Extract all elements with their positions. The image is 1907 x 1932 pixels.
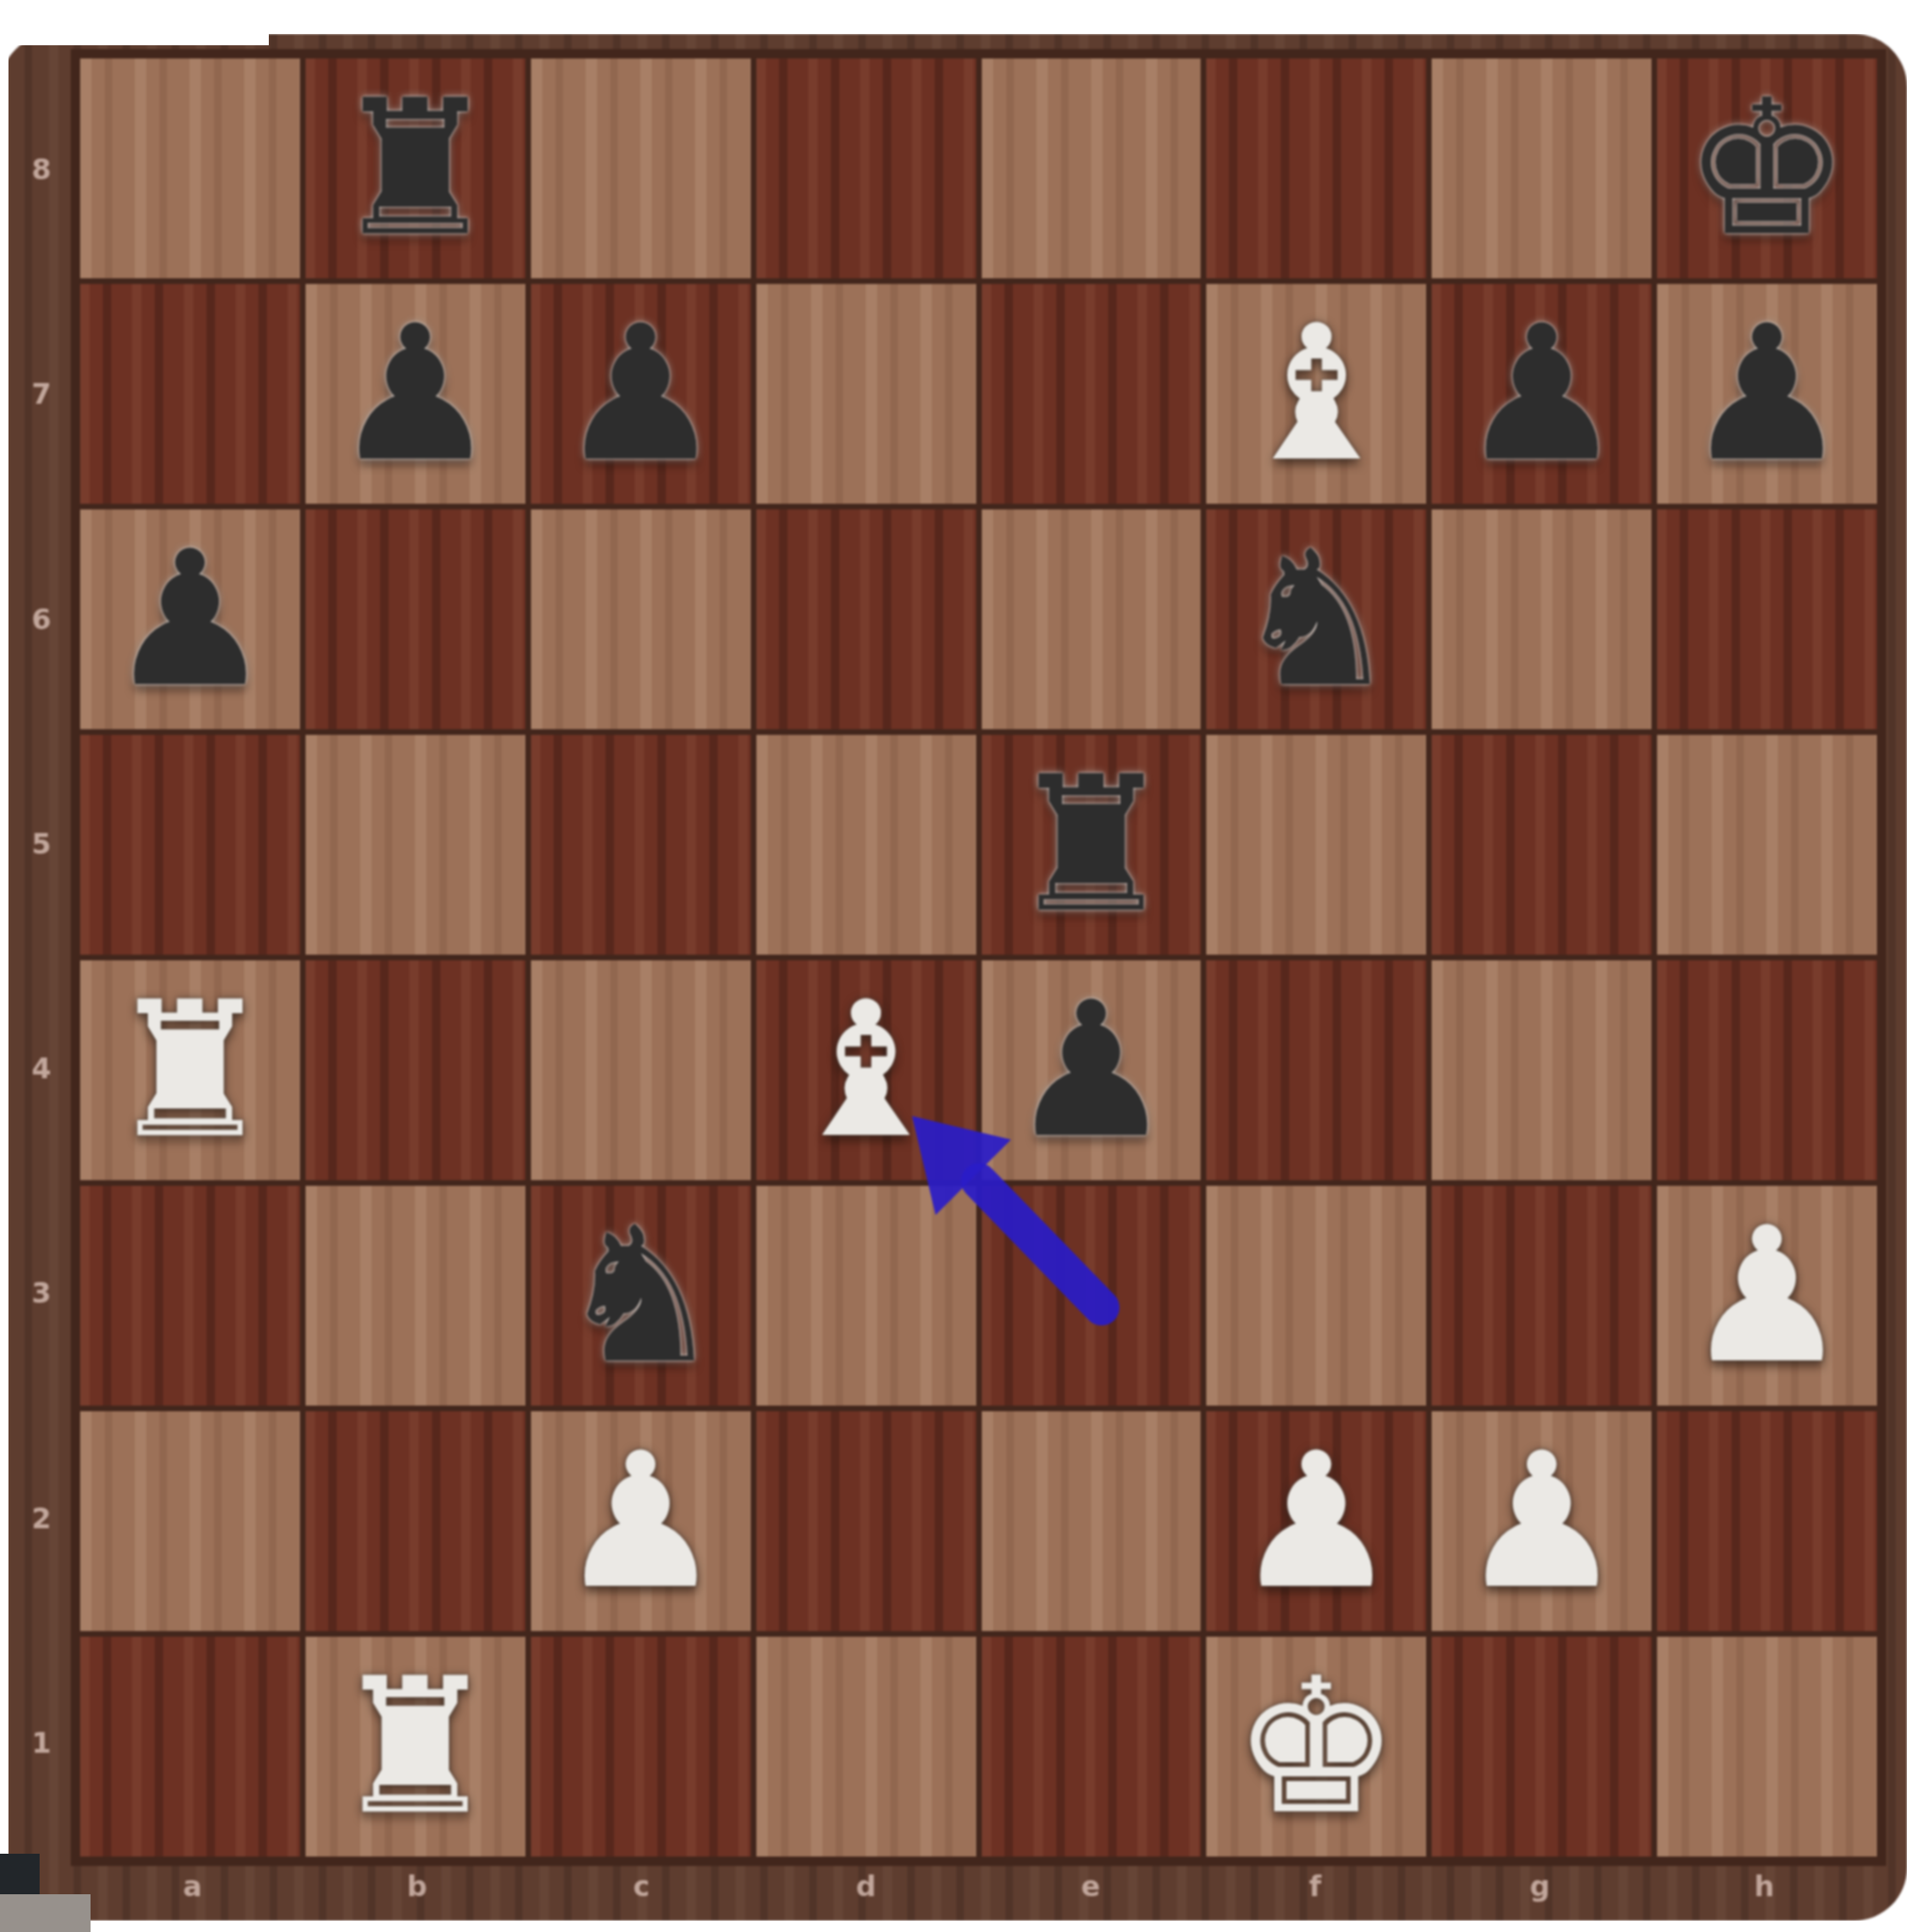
square-e3[interactable] (982, 1186, 1202, 1406)
square-b6[interactable] (306, 509, 525, 729)
square-e8[interactable] (982, 58, 1202, 278)
rank-label-7: 7 (25, 377, 58, 410)
square-e4[interactable]: ♟ (982, 960, 1202, 1180)
file-label-f: f (1299, 1870, 1333, 1903)
page-margin-top (0, 0, 1907, 34)
square-h5[interactable] (1657, 735, 1877, 955)
square-a6[interactable]: ♟ (80, 509, 300, 729)
piece-black-rook-e5[interactable]: ♜ (982, 735, 1202, 955)
square-f8[interactable] (1206, 58, 1426, 278)
square-b4[interactable] (306, 960, 525, 1180)
square-g8[interactable] (1432, 58, 1651, 278)
square-d6[interactable] (756, 509, 976, 729)
piece-white-pawn-h3[interactable]: ♟ (1657, 1186, 1877, 1406)
square-a3[interactable] (80, 1186, 300, 1406)
square-f5[interactable] (1206, 735, 1426, 955)
square-h4[interactable] (1657, 960, 1877, 1180)
square-a1[interactable] (80, 1637, 300, 1857)
square-h3[interactable]: ♟ (1657, 1186, 1877, 1406)
square-h8[interactable]: ♚ (1657, 58, 1877, 278)
square-d8[interactable] (756, 58, 976, 278)
page-margin-top-left (0, 0, 269, 45)
page-margin-bottom (0, 1921, 1907, 1932)
file-label-d: d (849, 1870, 883, 1903)
square-g4[interactable] (1432, 960, 1651, 1180)
square-a8[interactable] (80, 58, 300, 278)
square-d1[interactable] (756, 1637, 976, 1857)
square-e6[interactable] (982, 509, 1202, 729)
piece-black-king-h8[interactable]: ♚ (1657, 58, 1877, 278)
corner-artifact-gray (0, 1894, 91, 1932)
square-d7[interactable] (756, 284, 976, 504)
square-f4[interactable] (1206, 960, 1426, 1180)
file-label-e: e (1073, 1870, 1107, 1903)
square-b8[interactable]: ♜ (306, 58, 525, 278)
square-d5[interactable] (756, 735, 976, 955)
piece-black-rook-b8[interactable]: ♜ (306, 58, 525, 278)
piece-white-rook-a4[interactable]: ♜ (80, 960, 300, 1180)
piece-black-pawn-h7[interactable]: ♟ (1657, 284, 1877, 504)
piece-white-bishop-f7[interactable]: ♝ (1206, 284, 1426, 504)
square-d3[interactable] (756, 1186, 976, 1406)
rank-label-8: 8 (25, 153, 58, 186)
piece-black-pawn-c7[interactable]: ♟ (531, 284, 751, 504)
file-label-h: h (1748, 1870, 1782, 1903)
square-f6[interactable]: ♞ (1206, 509, 1426, 729)
piece-black-pawn-e4[interactable]: ♟ (982, 960, 1202, 1180)
piece-black-knight-f6[interactable]: ♞ (1206, 509, 1426, 729)
square-f2[interactable]: ♟ (1206, 1411, 1426, 1631)
square-c6[interactable] (531, 509, 751, 729)
square-b3[interactable] (306, 1186, 525, 1406)
page-margin-left (0, 34, 8, 1921)
rank-label-5: 5 (25, 827, 58, 860)
square-g2[interactable]: ♟ (1432, 1411, 1651, 1631)
square-h1[interactable] (1657, 1637, 1877, 1857)
chess-board: ♜♚♟♟♝♟♟♟♞♜♜♝♟♞♟♟♟♟♜♚ 87654321 abcdefgh (0, 0, 1907, 1932)
square-a7[interactable] (80, 284, 300, 504)
square-e2[interactable] (982, 1411, 1202, 1631)
square-h6[interactable] (1657, 509, 1877, 729)
square-b7[interactable]: ♟ (306, 284, 525, 504)
piece-white-pawn-f2[interactable]: ♟ (1206, 1411, 1426, 1631)
square-c8[interactable] (531, 58, 751, 278)
piece-white-bishop-d4[interactable]: ♝ (756, 960, 976, 1180)
board-squares: ♜♚♟♟♝♟♟♟♞♜♜♝♟♞♟♟♟♟♜♚ (80, 58, 1877, 1857)
file-label-g: g (1523, 1870, 1557, 1903)
square-e1[interactable] (982, 1637, 1202, 1857)
rank-label-2: 2 (25, 1502, 58, 1535)
rank-label-6: 6 (25, 603, 58, 636)
square-b5[interactable] (306, 735, 525, 955)
square-c7[interactable]: ♟ (531, 284, 751, 504)
square-c4[interactable] (531, 960, 751, 1180)
rank-label-1: 1 (25, 1726, 58, 1759)
square-h7[interactable]: ♟ (1657, 284, 1877, 504)
square-f1[interactable]: ♚ (1206, 1637, 1426, 1857)
square-a4[interactable]: ♜ (80, 960, 300, 1180)
piece-white-king-f1[interactable]: ♚ (1206, 1637, 1426, 1857)
piece-black-pawn-a6[interactable]: ♟ (80, 509, 300, 729)
square-g7[interactable]: ♟ (1432, 284, 1651, 504)
square-b1[interactable]: ♜ (306, 1637, 525, 1857)
square-c2[interactable]: ♟ (531, 1411, 751, 1631)
piece-white-pawn-g2[interactable]: ♟ (1432, 1411, 1651, 1631)
piece-black-pawn-g7[interactable]: ♟ (1432, 284, 1651, 504)
square-g5[interactable] (1432, 735, 1651, 955)
square-f7[interactable]: ♝ (1206, 284, 1426, 504)
file-label-c: c (624, 1870, 658, 1903)
square-d2[interactable] (756, 1411, 976, 1631)
square-c3[interactable]: ♞ (531, 1186, 751, 1406)
file-label-b: b (400, 1870, 434, 1903)
square-b2[interactable] (306, 1411, 525, 1631)
file-label-a: a (175, 1870, 209, 1903)
square-f3[interactable] (1206, 1186, 1426, 1406)
piece-white-pawn-c2[interactable]: ♟ (531, 1411, 751, 1631)
page-background: ♜♚♟♟♝♟♟♟♞♜♜♝♟♞♟♟♟♟♜♚ 87654321 abcdefgh (0, 0, 1907, 1932)
rank-label-4: 4 (25, 1052, 58, 1085)
rank-label-3: 3 (25, 1276, 58, 1309)
square-h2[interactable] (1657, 1411, 1877, 1631)
piece-black-pawn-b7[interactable]: ♟ (306, 284, 525, 504)
square-g3[interactable] (1432, 1186, 1651, 1406)
square-c1[interactable] (531, 1637, 751, 1857)
square-a5[interactable] (80, 735, 300, 955)
square-c5[interactable] (531, 735, 751, 955)
piece-white-rook-b1[interactable]: ♜ (306, 1637, 525, 1857)
square-d4[interactable]: ♝ (756, 960, 976, 1180)
square-a2[interactable] (80, 1411, 300, 1631)
square-g6[interactable] (1432, 509, 1651, 729)
piece-black-knight-c3[interactable]: ♞ (531, 1186, 751, 1406)
square-e7[interactable] (982, 284, 1202, 504)
square-e5[interactable]: ♜ (982, 735, 1202, 955)
square-g1[interactable] (1432, 1637, 1651, 1857)
